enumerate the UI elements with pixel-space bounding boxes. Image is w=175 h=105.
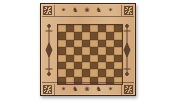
chess-board: ✶ ♞ ❀ ♞ ✶ <box>40 3 136 96</box>
square-b2[interactable] <box>66 69 74 76</box>
square-f5[interactable] <box>98 47 106 54</box>
square-a8[interactable] <box>58 25 66 32</box>
column-ornament-icon <box>122 22 132 78</box>
square-b8[interactable] <box>66 25 74 32</box>
square-a5[interactable] <box>58 47 66 54</box>
square-d3[interactable] <box>82 62 90 69</box>
rosette-icon-top-right <box>124 6 133 15</box>
square-f3[interactable] <box>98 62 106 69</box>
square-c7[interactable] <box>74 32 82 39</box>
square-b7[interactable] <box>66 32 74 39</box>
square-c5[interactable] <box>74 47 82 54</box>
square-e2[interactable] <box>90 69 98 76</box>
square-e8[interactable] <box>90 25 98 32</box>
square-e5[interactable] <box>90 47 98 54</box>
square-a4[interactable] <box>58 55 66 62</box>
square-d8[interactable] <box>82 25 90 32</box>
square-e6[interactable] <box>90 40 98 47</box>
square-a2[interactable] <box>58 69 66 76</box>
square-g5[interactable] <box>106 47 114 54</box>
square-a6[interactable] <box>58 40 66 47</box>
square-b6[interactable] <box>66 40 74 47</box>
square-f6[interactable] <box>98 40 106 47</box>
rosette-icon-bottom-left <box>43 85 52 94</box>
column-ornament-icon <box>44 22 54 78</box>
square-c2[interactable] <box>74 69 82 76</box>
photo-background: ✶ ♞ ❀ ♞ ✶ <box>0 0 175 105</box>
rosette-icon-bottom-right <box>124 85 133 94</box>
square-g3[interactable] <box>106 62 114 69</box>
rosette-icon-top-left <box>43 6 52 15</box>
square-d7[interactable] <box>82 32 90 39</box>
board-grid <box>57 24 123 85</box>
top-carving-strip: ✶ ♞ ❀ ♞ ✶ <box>54 5 122 16</box>
square-f7[interactable] <box>98 32 106 39</box>
square-c3[interactable] <box>74 62 82 69</box>
square-a3[interactable] <box>58 62 66 69</box>
square-b4[interactable] <box>66 55 74 62</box>
square-g2[interactable] <box>106 69 114 76</box>
square-g7[interactable] <box>106 32 114 39</box>
square-c8[interactable] <box>74 25 82 32</box>
square-g6[interactable] <box>106 40 114 47</box>
square-d4[interactable] <box>82 55 90 62</box>
square-e7[interactable] <box>90 32 98 39</box>
bottom-ornament-band: ✶ ♞ ❀ ♞ ✶ <box>42 82 134 95</box>
right-margin <box>120 18 134 81</box>
square-c6[interactable] <box>74 40 82 47</box>
square-b3[interactable] <box>66 62 74 69</box>
square-f2[interactable] <box>98 69 106 76</box>
square-b5[interactable] <box>66 47 74 54</box>
square-d5[interactable] <box>82 47 90 54</box>
left-margin <box>42 18 56 81</box>
square-d6[interactable] <box>82 40 90 47</box>
square-e4[interactable] <box>90 55 98 62</box>
square-c4[interactable] <box>74 55 82 62</box>
top-ornament-band: ✶ ♞ ❀ ♞ ✶ <box>42 4 134 17</box>
square-f4[interactable] <box>98 55 106 62</box>
square-e3[interactable] <box>90 62 98 69</box>
square-a7[interactable] <box>58 32 66 39</box>
square-d2[interactable] <box>82 69 90 76</box>
square-g4[interactable] <box>106 55 114 62</box>
square-g8[interactable] <box>106 25 114 32</box>
square-f8[interactable] <box>98 25 106 32</box>
bottom-carving-strip: ✶ ♞ ❀ ♞ ✶ <box>54 84 122 95</box>
